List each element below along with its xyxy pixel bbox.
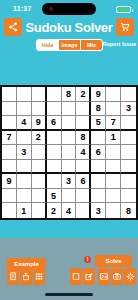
app-screen: 11:37 Sudoku Solver bbox=[0, 0, 138, 300]
entry-tools-group bbox=[70, 268, 95, 285]
cell-r3c1[interactable] bbox=[2, 116, 17, 131]
board-tools-group bbox=[7, 268, 45, 285]
cell-r1c7[interactable]: 9 bbox=[91, 87, 106, 102]
display-mode-tabs: Hide Image Mix bbox=[36, 39, 103, 51]
status-bar: 11:37 bbox=[0, 0, 138, 18]
image-button[interactable] bbox=[98, 268, 110, 285]
cell-r7c6[interactable]: 6 bbox=[76, 174, 91, 189]
cell-r2c9[interactable]: 3 bbox=[121, 102, 136, 117]
notification-badge: ! bbox=[84, 256, 91, 263]
export-icon bbox=[22, 272, 30, 281]
cell-r9c2[interactable]: 1 bbox=[17, 203, 32, 218]
cell-r7c2[interactable] bbox=[17, 174, 32, 189]
cell-r6c4[interactable] bbox=[47, 160, 62, 175]
cell-r6c1[interactable] bbox=[2, 160, 17, 175]
cell-r8c4[interactable]: 5 bbox=[47, 189, 62, 204]
cell-r6c8[interactable] bbox=[106, 160, 121, 175]
spacer-top bbox=[0, 52, 138, 85]
cell-r1c3[interactable] bbox=[32, 87, 47, 102]
spacer-bottom bbox=[0, 220, 138, 238]
cell-r2c2[interactable] bbox=[17, 102, 32, 117]
cell-r8c3[interactable] bbox=[32, 189, 47, 204]
camera-dot-icon bbox=[49, 7, 53, 11]
cell-r3c6[interactable] bbox=[76, 116, 91, 131]
cell-r7c1[interactable]: 9 bbox=[2, 174, 17, 189]
edit-button[interactable] bbox=[83, 268, 95, 285]
cell-r1c1[interactable] bbox=[2, 87, 17, 102]
cell-r4c1[interactable]: 7 bbox=[2, 131, 17, 146]
cell-r7c5[interactable]: 3 bbox=[62, 174, 77, 189]
cell-r1c6[interactable]: 2 bbox=[76, 87, 91, 102]
cell-r8c7[interactable] bbox=[91, 189, 106, 204]
cart-icon bbox=[120, 22, 130, 32]
cell-r5c1[interactable] bbox=[2, 145, 17, 160]
cell-r6c7[interactable] bbox=[91, 160, 106, 175]
cell-r3c8[interactable]: 7 bbox=[106, 116, 121, 131]
cell-r7c4[interactable] bbox=[47, 174, 62, 189]
cell-r8c1[interactable] bbox=[2, 189, 17, 204]
cell-r2c6[interactable] bbox=[76, 102, 91, 117]
cell-r4c5[interactable] bbox=[62, 131, 77, 146]
cell-r4c6[interactable]: 8 bbox=[76, 131, 91, 146]
camera-button[interactable] bbox=[111, 268, 123, 285]
cell-r2c1[interactable] bbox=[2, 102, 17, 117]
cell-r7c3[interactable] bbox=[32, 174, 47, 189]
cell-r3c7[interactable]: 5 bbox=[91, 116, 106, 131]
cell-r5c9[interactable] bbox=[121, 145, 136, 160]
cell-r3c4[interactable]: 6 bbox=[47, 116, 62, 131]
keypad-icon bbox=[35, 272, 43, 281]
cell-r5c4[interactable] bbox=[47, 145, 62, 160]
share-button[interactable] bbox=[4, 18, 22, 36]
cell-r5c2[interactable]: 3 bbox=[17, 145, 32, 160]
cell-r1c4[interactable] bbox=[47, 87, 62, 102]
cell-r4c7[interactable] bbox=[91, 131, 106, 146]
home-indicator[interactable] bbox=[45, 293, 93, 296]
cell-r7c9[interactable] bbox=[121, 174, 136, 189]
cell-r4c8[interactable]: 1 bbox=[106, 131, 121, 146]
cell-r1c8[interactable] bbox=[106, 87, 121, 102]
share-icon bbox=[8, 22, 18, 32]
tab-mix[interactable]: Mix bbox=[81, 40, 102, 50]
report-issue-link[interactable]: Report Issue bbox=[103, 41, 136, 47]
settings-button[interactable] bbox=[124, 268, 136, 285]
solve-button[interactable]: Solve bbox=[95, 255, 132, 267]
cell-r9c9[interactable]: 8 bbox=[121, 203, 136, 218]
cell-r9c7[interactable]: 3 bbox=[91, 203, 106, 218]
cell-r4c4[interactable] bbox=[47, 131, 62, 146]
cell-r8c5[interactable] bbox=[62, 189, 77, 204]
selection-button[interactable] bbox=[70, 268, 82, 285]
battery-nub bbox=[132, 9, 134, 12]
cell-r3c3[interactable]: 9 bbox=[32, 116, 47, 131]
cell-r3c9[interactable] bbox=[121, 116, 136, 131]
clear-board-button[interactable] bbox=[7, 268, 19, 285]
cell-r9c8[interactable] bbox=[106, 203, 121, 218]
sudoku-board[interactable]: 82983496577281346936512438 bbox=[0, 85, 138, 220]
cell-r6c5[interactable] bbox=[62, 160, 77, 175]
tab-hide[interactable]: Hide bbox=[37, 40, 58, 50]
edit-icon bbox=[85, 272, 93, 281]
cell-r7c7[interactable] bbox=[91, 174, 106, 189]
cell-r8c2[interactable] bbox=[17, 189, 32, 204]
cell-r5c8[interactable] bbox=[106, 145, 121, 160]
cell-r4c9[interactable] bbox=[121, 131, 136, 146]
keypad-button[interactable] bbox=[33, 268, 45, 285]
cell-r9c1[interactable] bbox=[2, 203, 17, 218]
cell-r1c2[interactable] bbox=[17, 87, 32, 102]
cell-r6c6[interactable] bbox=[76, 160, 91, 175]
document-icon bbox=[9, 272, 17, 281]
dynamic-island bbox=[42, 3, 96, 15]
cell-r9c5[interactable]: 4 bbox=[62, 203, 77, 218]
cell-r1c5[interactable]: 8 bbox=[62, 87, 77, 102]
cell-r4c3[interactable]: 2 bbox=[32, 131, 47, 146]
tab-image[interactable]: Image bbox=[59, 40, 80, 50]
camera-icon bbox=[113, 272, 121, 281]
cell-r5c3[interactable] bbox=[32, 145, 47, 160]
tab-bar: Hide Image Mix Report Issue bbox=[0, 38, 138, 52]
selection-icon bbox=[72, 272, 80, 281]
cell-r1c9[interactable] bbox=[121, 87, 136, 102]
settings-icon bbox=[126, 272, 135, 281]
cell-r5c7[interactable]: 6 bbox=[91, 145, 106, 160]
cell-r3c5[interactable] bbox=[62, 116, 77, 131]
cell-r2c5[interactable] bbox=[62, 102, 77, 117]
cell-r3c2[interactable]: 4 bbox=[17, 116, 32, 131]
cell-r7c8[interactable] bbox=[106, 174, 121, 189]
battery-icon bbox=[116, 6, 131, 13]
cell-r8c9[interactable] bbox=[121, 189, 136, 204]
battery-level bbox=[118, 8, 128, 11]
export-button[interactable] bbox=[20, 268, 32, 285]
status-time: 11:37 bbox=[13, 5, 32, 12]
cart-button[interactable] bbox=[116, 18, 134, 36]
cell-r6c9[interactable] bbox=[121, 160, 136, 175]
cell-r6c2[interactable] bbox=[17, 160, 32, 175]
cell-r8c6[interactable] bbox=[76, 189, 91, 204]
cell-r2c3[interactable] bbox=[32, 102, 47, 117]
capture-tools-group bbox=[98, 268, 136, 285]
cell-r2c8[interactable] bbox=[106, 102, 121, 117]
bottom-panel: Example ! Solve bbox=[0, 238, 138, 300]
cell-r2c4[interactable] bbox=[47, 102, 62, 117]
header: Sudoku Solver bbox=[0, 18, 138, 38]
cell-r5c6[interactable]: 4 bbox=[76, 145, 91, 160]
cell-r4c2[interactable] bbox=[17, 131, 32, 146]
image-icon bbox=[100, 272, 108, 281]
cell-r2c7[interactable]: 8 bbox=[91, 102, 106, 117]
cell-r9c4[interactable]: 2 bbox=[47, 203, 62, 218]
cell-r6c3[interactable] bbox=[32, 160, 47, 175]
cell-r9c3[interactable] bbox=[32, 203, 47, 218]
cell-r5c5[interactable] bbox=[62, 145, 77, 160]
cell-r8c8[interactable] bbox=[106, 189, 121, 204]
cell-r9c6[interactable] bbox=[76, 203, 91, 218]
